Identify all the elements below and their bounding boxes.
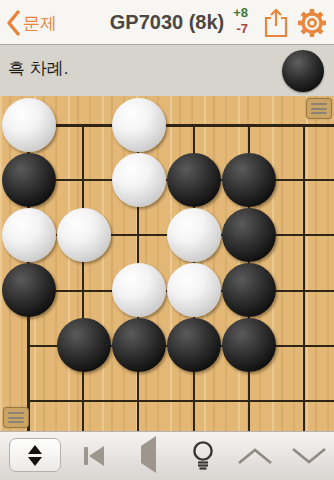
black-stone [167, 318, 221, 372]
chevron-up-button[interactable] [236, 446, 274, 466]
hint-button[interactable] [190, 440, 216, 472]
skip-start-icon [84, 447, 88, 465]
bottom-toolbar [0, 431, 334, 480]
status-bar: 흑 차례. [0, 45, 334, 96]
back-button-label: 문제 [23, 12, 57, 35]
black-stone [167, 153, 221, 207]
back-button[interactable]: 문제 [6, 9, 57, 37]
go-problem-app: 문제 GP7030 (8k) +8 -7 [0, 0, 334, 480]
chevron-down-button[interactable] [290, 446, 328, 466]
settings-button[interactable] [296, 7, 328, 39]
white-stone [167, 263, 221, 317]
go-board[interactable] [0, 96, 334, 431]
black-stone [222, 208, 276, 262]
board-menu-button-bottom-left[interactable] [3, 407, 29, 428]
black-stone [2, 263, 56, 317]
white-stone [112, 263, 166, 317]
white-stone [112, 98, 166, 152]
hamburger-icon [311, 103, 327, 105]
gear-icon [296, 7, 328, 39]
move-stepper-button[interactable] [9, 438, 61, 472]
skip-to-start-button[interactable] [84, 446, 106, 466]
white-stone [167, 208, 221, 262]
black-stone [112, 318, 166, 372]
step-back-button[interactable] [141, 446, 157, 466]
white-stone [112, 153, 166, 207]
back-chevron-icon [6, 10, 20, 36]
step-back-icon [141, 436, 156, 473]
black-stone [2, 153, 56, 207]
chevron-up-icon [236, 446, 274, 466]
white-stone [2, 208, 56, 262]
black-stone [222, 263, 276, 317]
lightbulb-icon [190, 440, 216, 472]
stepper-up-icon [28, 445, 42, 454]
white-stone [57, 208, 111, 262]
stone-grid [1, 97, 332, 428]
header-bar: 문제 GP7030 (8k) +8 -7 [0, 0, 334, 45]
share-button[interactable] [262, 8, 290, 38]
stepper-down-icon [28, 457, 42, 466]
black-stone [222, 318, 276, 372]
share-icon [262, 8, 290, 38]
score-minus: -7 [233, 21, 248, 37]
turn-text: 흑 차례. [8, 45, 68, 96]
hamburger-icon [8, 412, 24, 414]
chevron-down-icon [290, 446, 328, 466]
black-stone [57, 318, 111, 372]
white-stone [2, 98, 56, 152]
score-indicator: +8 -7 [233, 5, 248, 37]
score-plus: +8 [233, 5, 248, 21]
black-stone [222, 153, 276, 207]
turn-stone-indicator [282, 50, 324, 92]
board-menu-button-top-right[interactable] [306, 98, 332, 119]
